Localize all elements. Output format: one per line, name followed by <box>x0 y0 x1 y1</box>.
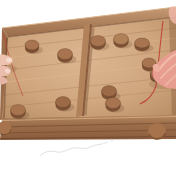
puck-top <box>58 49 73 60</box>
puck-top <box>102 86 117 97</box>
puck-top <box>114 34 129 45</box>
puck-top <box>56 97 71 108</box>
puck-top <box>135 38 150 48</box>
photo-canvas <box>0 0 176 176</box>
puck-top <box>91 36 106 47</box>
puck-top <box>25 40 39 50</box>
front-right-foot <box>148 123 166 140</box>
puck-top <box>11 105 26 116</box>
board <box>0 7 176 140</box>
sling-puck-scene <box>0 0 176 176</box>
puck-top <box>106 98 121 109</box>
